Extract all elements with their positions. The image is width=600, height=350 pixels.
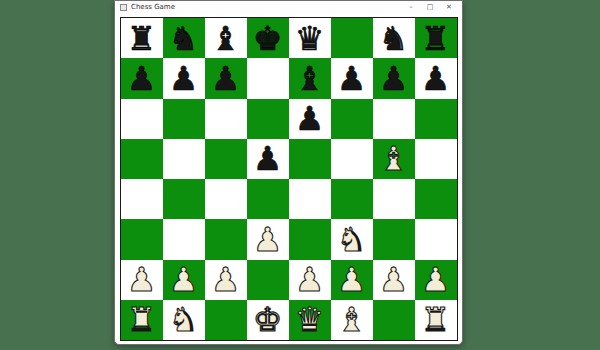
square-a8[interactable]: ♜	[121, 18, 163, 58]
square-f2[interactable]: ♟	[331, 260, 373, 300]
piece-black-queen: ♛	[295, 22, 325, 55]
square-f3[interactable]: ♞	[331, 219, 373, 259]
square-c8[interactable]: ♝	[205, 18, 247, 58]
piece-black-pawn: ♟	[253, 142, 283, 175]
piece-white-pawn: ♟	[211, 263, 241, 296]
piece-black-pawn: ♟	[421, 62, 451, 95]
square-h2[interactable]: ♟	[415, 260, 457, 300]
square-c2[interactable]: ♟	[205, 260, 247, 300]
square-h1[interactable]: ♜	[415, 300, 457, 340]
square-f1[interactable]: ♝	[331, 300, 373, 340]
square-g5[interactable]: ♝	[373, 139, 415, 179]
square-a3[interactable]	[121, 219, 163, 259]
piece-white-knight: ♞	[337, 223, 367, 256]
square-e5[interactable]	[289, 139, 331, 179]
board-frame: ♜♞♝♚♛♞♜♟♟♟♝♟♟♟♟♟♝♟♞♟♟♟♟♟♟♟♜♞♚♛♝♜	[120, 17, 458, 341]
piece-white-bishop: ♝	[337, 303, 367, 336]
piece-white-bishop: ♝	[379, 142, 409, 175]
piece-black-king: ♚	[253, 22, 283, 55]
square-b4[interactable]	[163, 179, 205, 219]
app-icon	[120, 4, 127, 11]
square-g6[interactable]	[373, 99, 415, 139]
square-f7[interactable]: ♟	[331, 58, 373, 98]
square-a1[interactable]: ♜	[121, 300, 163, 340]
square-a6[interactable]	[121, 99, 163, 139]
square-h4[interactable]	[415, 179, 457, 219]
square-e1[interactable]: ♛	[289, 300, 331, 340]
square-h7[interactable]: ♟	[415, 58, 457, 98]
piece-black-bishop: ♝	[211, 22, 241, 55]
close-icon[interactable]: ✕	[444, 1, 454, 14]
piece-black-pawn: ♟	[169, 62, 199, 95]
piece-black-pawn: ♟	[127, 62, 157, 95]
square-b2[interactable]: ♟	[163, 260, 205, 300]
piece-black-knight: ♞	[379, 22, 409, 55]
piece-black-knight: ♞	[169, 22, 199, 55]
piece-black-bishop: ♝	[295, 62, 325, 95]
square-g2[interactable]: ♟	[373, 260, 415, 300]
square-g1[interactable]	[373, 300, 415, 340]
piece-white-rook: ♜	[127, 303, 157, 336]
square-b5[interactable]	[163, 139, 205, 179]
square-f6[interactable]	[331, 99, 373, 139]
chess-game-window: Chess Game – □ ✕ ♜♞♝♚♛♞♜♟♟♟♝♟♟♟♟♟♝♟♞♟♟♟♟…	[114, 0, 463, 345]
square-d7[interactable]	[247, 58, 289, 98]
piece-white-pawn: ♟	[421, 263, 451, 296]
square-e2[interactable]: ♟	[289, 260, 331, 300]
square-d1[interactable]: ♚	[247, 300, 289, 340]
square-h6[interactable]	[415, 99, 457, 139]
square-d2[interactable]	[247, 260, 289, 300]
square-e6[interactable]: ♟	[289, 99, 331, 139]
piece-black-pawn: ♟	[337, 62, 367, 95]
piece-white-rook: ♜	[421, 303, 451, 336]
piece-black-rook: ♜	[127, 22, 157, 55]
square-c7[interactable]: ♟	[205, 58, 247, 98]
window-controls: – □ ✕	[406, 1, 457, 14]
maximize-icon[interactable]: □	[425, 1, 435, 14]
piece-black-pawn: ♟	[211, 62, 241, 95]
chess-board: ♜♞♝♚♛♞♜♟♟♟♝♟♟♟♟♟♝♟♞♟♟♟♟♟♟♟♜♞♚♛♝♜	[121, 18, 457, 340]
piece-white-pawn: ♟	[169, 263, 199, 296]
square-e8[interactable]: ♛	[289, 18, 331, 58]
square-a5[interactable]	[121, 139, 163, 179]
square-a4[interactable]	[121, 179, 163, 219]
piece-black-rook: ♜	[421, 22, 451, 55]
square-c1[interactable]	[205, 300, 247, 340]
title-bar[interactable]: Chess Game – □ ✕	[115, 1, 462, 14]
square-d5[interactable]: ♟	[247, 139, 289, 179]
square-a2[interactable]: ♟	[121, 260, 163, 300]
piece-white-pawn: ♟	[379, 263, 409, 296]
piece-white-pawn: ♟	[337, 263, 367, 296]
square-b8[interactable]: ♞	[163, 18, 205, 58]
square-e4[interactable]	[289, 179, 331, 219]
square-h8[interactable]: ♜	[415, 18, 457, 58]
square-d6[interactable]	[247, 99, 289, 139]
piece-white-pawn: ♟	[253, 223, 283, 256]
square-d4[interactable]	[247, 179, 289, 219]
square-d3[interactable]: ♟	[247, 219, 289, 259]
square-h5[interactable]	[415, 139, 457, 179]
window-title: Chess Game	[131, 1, 406, 14]
square-e3[interactable]	[289, 219, 331, 259]
square-a7[interactable]: ♟	[121, 58, 163, 98]
desktop-background: { "window": { "title": "Chess Game", "co…	[0, 0, 600, 350]
piece-white-queen: ♛	[295, 303, 325, 336]
square-f8[interactable]	[331, 18, 373, 58]
square-g3[interactable]	[373, 219, 415, 259]
minimize-icon[interactable]: –	[406, 1, 416, 14]
square-c4[interactable]	[205, 179, 247, 219]
square-d8[interactable]: ♚	[247, 18, 289, 58]
square-g8[interactable]: ♞	[373, 18, 415, 58]
piece-black-pawn: ♟	[379, 62, 409, 95]
piece-white-king: ♚	[253, 303, 283, 336]
square-g7[interactable]: ♟	[373, 58, 415, 98]
square-b6[interactable]	[163, 99, 205, 139]
square-b3[interactable]	[163, 219, 205, 259]
piece-black-pawn: ♟	[295, 102, 325, 135]
square-c6[interactable]	[205, 99, 247, 139]
square-c5[interactable]	[205, 139, 247, 179]
square-e7[interactable]: ♝	[289, 58, 331, 98]
piece-white-pawn: ♟	[295, 263, 325, 296]
square-g4[interactable]	[373, 179, 415, 219]
square-f4[interactable]	[331, 179, 373, 219]
square-b7[interactable]: ♟	[163, 58, 205, 98]
piece-white-pawn: ♟	[127, 263, 157, 296]
piece-white-knight: ♞	[169, 303, 199, 336]
square-f5[interactable]	[331, 139, 373, 179]
square-b1[interactable]: ♞	[163, 300, 205, 340]
square-h3[interactable]	[415, 219, 457, 259]
square-c3[interactable]	[205, 219, 247, 259]
